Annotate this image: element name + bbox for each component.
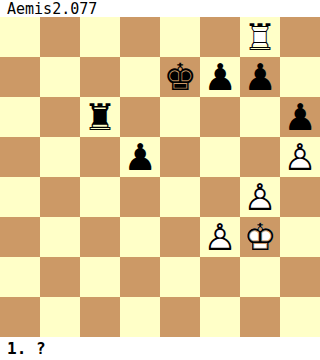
- square-g8[interactable]: ♜♖: [240, 17, 280, 57]
- chess-board: ♜♖♚♟♟♜♟♟♟♙♟♙♟♙♚♔: [0, 17, 320, 337]
- piece-glyph: ♖: [240, 17, 280, 57]
- white-pawn-h5[interactable]: ♟♙: [280, 137, 320, 177]
- square-g2[interactable]: [240, 257, 280, 297]
- square-f2[interactable]: [200, 257, 240, 297]
- square-e2[interactable]: [160, 257, 200, 297]
- piece-glyph: ♟: [200, 57, 240, 97]
- square-g4[interactable]: ♟♙: [240, 177, 280, 217]
- black-rook-c6[interactable]: ♜: [80, 97, 120, 137]
- square-d5[interactable]: ♟: [120, 137, 160, 177]
- black-pawn-h6[interactable]: ♟: [280, 97, 320, 137]
- piece-glyph: ♟: [120, 137, 160, 177]
- square-c3[interactable]: [80, 217, 120, 257]
- piece-glyph: ♙: [280, 137, 320, 177]
- square-b8[interactable]: [40, 17, 80, 57]
- square-d7[interactable]: [120, 57, 160, 97]
- square-d6[interactable]: [120, 97, 160, 137]
- black-pawn-g7[interactable]: ♟: [240, 57, 280, 97]
- square-b1[interactable]: [40, 297, 80, 337]
- square-f3[interactable]: ♟♙: [200, 217, 240, 257]
- square-d1[interactable]: [120, 297, 160, 337]
- square-f4[interactable]: [200, 177, 240, 217]
- square-c7[interactable]: [80, 57, 120, 97]
- square-h3[interactable]: [280, 217, 320, 257]
- square-a7[interactable]: [0, 57, 40, 97]
- square-b7[interactable]: [40, 57, 80, 97]
- square-g7[interactable]: ♟: [240, 57, 280, 97]
- square-h6[interactable]: ♟: [280, 97, 320, 137]
- move-prompt: 1. ?: [0, 337, 320, 360]
- square-d4[interactable]: [120, 177, 160, 217]
- square-b3[interactable]: [40, 217, 80, 257]
- square-e5[interactable]: [160, 137, 200, 177]
- square-h7[interactable]: [280, 57, 320, 97]
- square-a5[interactable]: [0, 137, 40, 177]
- square-e7[interactable]: ♚: [160, 57, 200, 97]
- square-f7[interactable]: ♟: [200, 57, 240, 97]
- square-b4[interactable]: [40, 177, 80, 217]
- piece-glyph: ♜: [80, 97, 120, 137]
- square-c6[interactable]: ♜: [80, 97, 120, 137]
- square-f5[interactable]: [200, 137, 240, 177]
- square-h5[interactable]: ♟♙: [280, 137, 320, 177]
- square-e6[interactable]: [160, 97, 200, 137]
- square-a6[interactable]: [0, 97, 40, 137]
- piece-glyph: ♙: [200, 217, 240, 257]
- black-pawn-d5[interactable]: ♟: [120, 137, 160, 177]
- square-e1[interactable]: [160, 297, 200, 337]
- square-e8[interactable]: [160, 17, 200, 57]
- square-h4[interactable]: [280, 177, 320, 217]
- square-c8[interactable]: [80, 17, 120, 57]
- square-f1[interactable]: [200, 297, 240, 337]
- square-g3[interactable]: ♚♔: [240, 217, 280, 257]
- square-b2[interactable]: [40, 257, 80, 297]
- black-pawn-f7[interactable]: ♟: [200, 57, 240, 97]
- square-d2[interactable]: [120, 257, 160, 297]
- white-pawn-f3[interactable]: ♟♙: [200, 217, 240, 257]
- square-a2[interactable]: [0, 257, 40, 297]
- square-c4[interactable]: [80, 177, 120, 217]
- square-h8[interactable]: [280, 17, 320, 57]
- square-d8[interactable]: [120, 17, 160, 57]
- square-g1[interactable]: [240, 297, 280, 337]
- square-h2[interactable]: [280, 257, 320, 297]
- piece-glyph: ♙: [240, 177, 280, 217]
- piece-glyph: ♔: [240, 217, 280, 257]
- square-h1[interactable]: [280, 297, 320, 337]
- square-c1[interactable]: [80, 297, 120, 337]
- square-g5[interactable]: [240, 137, 280, 177]
- square-f8[interactable]: [200, 17, 240, 57]
- square-a3[interactable]: [0, 217, 40, 257]
- white-rook-g8[interactable]: ♜♖: [240, 17, 280, 57]
- square-a4[interactable]: [0, 177, 40, 217]
- square-g6[interactable]: [240, 97, 280, 137]
- black-king-e7[interactable]: ♚: [160, 57, 200, 97]
- piece-glyph: ♚: [160, 57, 200, 97]
- square-a8[interactable]: [0, 17, 40, 57]
- white-pawn-g4[interactable]: ♟♙: [240, 177, 280, 217]
- square-f6[interactable]: [200, 97, 240, 137]
- square-e4[interactable]: [160, 177, 200, 217]
- white-king-g3[interactable]: ♚♔: [240, 217, 280, 257]
- piece-glyph: ♟: [280, 97, 320, 137]
- square-b6[interactable]: [40, 97, 80, 137]
- square-a1[interactable]: [0, 297, 40, 337]
- diagram-title: Aemis2.077: [0, 0, 320, 17]
- square-b5[interactable]: [40, 137, 80, 177]
- square-c2[interactable]: [80, 257, 120, 297]
- square-c5[interactable]: [80, 137, 120, 177]
- chess-diagram: Aemis2.077 ♜♖♚♟♟♜♟♟♟♙♟♙♟♙♚♔ 1. ?: [0, 0, 320, 360]
- square-e3[interactable]: [160, 217, 200, 257]
- piece-glyph: ♟: [240, 57, 280, 97]
- square-d3[interactable]: [120, 217, 160, 257]
